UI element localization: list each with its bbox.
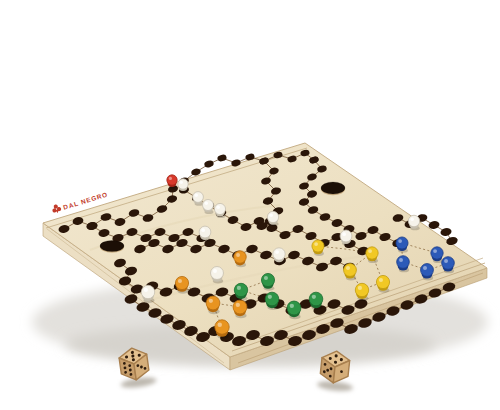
finger-hole <box>100 241 124 252</box>
board-hole <box>440 227 453 237</box>
board-hole <box>217 154 228 162</box>
product-photo: DAL NEGRO <box>0 0 500 410</box>
dal-negro-emblem-icon <box>51 203 62 214</box>
finger-hole <box>321 182 345 194</box>
board-game-scene: DAL NEGRO <box>0 0 500 410</box>
board-hole <box>204 160 215 169</box>
